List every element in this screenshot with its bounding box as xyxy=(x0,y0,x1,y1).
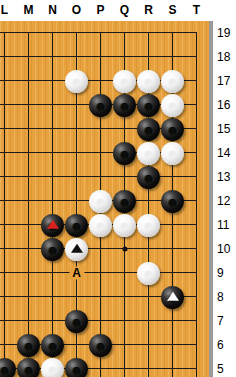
intersection-R7[interactable] xyxy=(137,309,161,333)
black-stone-glyph: ● xyxy=(119,190,130,213)
row-label-6: 6 xyxy=(217,337,235,353)
intersection-T12[interactable] xyxy=(185,189,209,213)
intersection-O16[interactable] xyxy=(65,93,89,117)
intersection-O5[interactable]: ● xyxy=(65,357,89,377)
intersection-L11[interactable] xyxy=(0,213,17,237)
black-stone-glyph: ● xyxy=(71,310,82,333)
intersection-O10[interactable]: ● xyxy=(65,237,89,261)
column-label-O: O xyxy=(69,3,85,17)
intersection-L19[interactable] xyxy=(0,21,17,45)
black-stone-r13[interactable]: ● xyxy=(137,166,160,189)
black-triangle-marker-o10 xyxy=(71,244,83,253)
intersection-T14[interactable] xyxy=(185,141,209,165)
black-stone-o11[interactable]: ● xyxy=(65,214,88,237)
intersection-P17[interactable] xyxy=(89,69,113,93)
black-stone-glyph: ● xyxy=(95,94,106,117)
column-label-M: M xyxy=(21,3,37,17)
black-stone-n6[interactable]: ● xyxy=(41,334,64,357)
intersection-Q14[interactable]: ● xyxy=(113,141,137,165)
intersection-P13[interactable] xyxy=(89,165,113,189)
intersection-M12[interactable] xyxy=(17,189,41,213)
black-stone-n11[interactable]: ● xyxy=(41,214,64,237)
intersection-P18[interactable] xyxy=(89,45,113,69)
intersection-S16[interactable]: ● xyxy=(161,93,185,117)
white-stone-glyph: ● xyxy=(119,214,130,237)
intersection-M8[interactable] xyxy=(17,285,41,309)
intersection-P7[interactable] xyxy=(89,309,113,333)
intersection-O15[interactable] xyxy=(65,117,89,141)
intersection-T19[interactable] xyxy=(185,21,209,45)
black-stone-glyph: ● xyxy=(23,358,34,377)
intersection-N7[interactable] xyxy=(41,309,65,333)
intersection-M15[interactable] xyxy=(17,117,41,141)
intersection-R19[interactable] xyxy=(137,21,161,45)
intersection-M11[interactable] xyxy=(17,213,41,237)
intersection-M6[interactable]: ● xyxy=(17,333,41,357)
white-stone-s16[interactable]: ● xyxy=(161,94,184,117)
black-stone-s12[interactable]: ● xyxy=(161,190,184,213)
column-label-S: S xyxy=(165,3,181,17)
white-stone-r9[interactable]: ● xyxy=(137,262,160,285)
intersection-R10[interactable] xyxy=(137,237,161,261)
black-stone-glyph: ● xyxy=(143,94,154,117)
intersection-N19[interactable] xyxy=(41,21,65,45)
intersection-S18[interactable] xyxy=(161,45,185,69)
intersection-O18[interactable] xyxy=(65,45,89,69)
intersection-Q18[interactable] xyxy=(113,45,137,69)
intersection-T13[interactable] xyxy=(185,165,209,189)
white-stone-glyph: ● xyxy=(167,94,178,117)
intersection-M10[interactable] xyxy=(17,237,41,261)
intersection-P19[interactable] xyxy=(89,21,113,45)
white-stone-r14[interactable]: ● xyxy=(137,142,160,165)
intersection-L15[interactable] xyxy=(0,117,17,141)
black-stone-glyph: ● xyxy=(119,94,130,117)
intersection-O11[interactable]: ● xyxy=(65,213,89,237)
go-board-diagram: LMNOPQRST ●●●●●●●●●●●●●●●●●●●●●●●●A●●●●●… xyxy=(0,0,236,377)
intersection-Q16[interactable]: ● xyxy=(113,93,137,117)
intersection-R8[interactable] xyxy=(137,285,161,309)
intersection-M5[interactable]: ● xyxy=(17,357,41,377)
intersection-N10[interactable]: ● xyxy=(41,237,65,261)
intersection-P5[interactable] xyxy=(89,357,113,377)
white-stone-s14[interactable]: ● xyxy=(161,142,184,165)
intersection-M7[interactable] xyxy=(17,309,41,333)
intersection-N13[interactable] xyxy=(41,165,65,189)
row-label-10: 10 xyxy=(217,241,235,257)
white-stone-glyph: ● xyxy=(95,214,106,237)
point-label-a-o9[interactable]: A xyxy=(72,267,81,280)
black-stone-p16[interactable]: ● xyxy=(89,94,112,117)
intersection-R18[interactable] xyxy=(137,45,161,69)
intersection-T6[interactable] xyxy=(185,333,209,357)
intersection-S12[interactable]: ● xyxy=(161,189,185,213)
intersection-L6[interactable] xyxy=(0,333,17,357)
intersection-Q15[interactable] xyxy=(113,117,137,141)
intersection-O19[interactable] xyxy=(65,21,89,45)
black-stone-q14[interactable]: ● xyxy=(113,142,136,165)
intersection-P15[interactable] xyxy=(89,117,113,141)
intersection-P10[interactable] xyxy=(89,237,113,261)
row-label-17: 17 xyxy=(217,73,235,89)
intersection-L7[interactable] xyxy=(0,309,17,333)
intersection-M14[interactable] xyxy=(17,141,41,165)
intersection-O6[interactable] xyxy=(65,333,89,357)
black-stone-r16[interactable]: ● xyxy=(137,94,160,117)
white-stone-n5[interactable]: ● xyxy=(41,358,64,377)
goban-grid: ●●●●●●●●●●●●●●●●●●●●●●●●A●●●●●●●●●● xyxy=(0,21,209,377)
black-stone-s15[interactable]: ● xyxy=(161,118,184,141)
intersection-L13[interactable] xyxy=(0,165,17,189)
intersection-T10[interactable] xyxy=(185,237,209,261)
intersection-T5[interactable] xyxy=(185,357,209,377)
row-label-11: 11 xyxy=(217,217,235,233)
black-stone-glyph: ● xyxy=(23,334,34,357)
black-stone-glyph: ● xyxy=(71,358,82,377)
intersection-P8[interactable] xyxy=(89,285,113,309)
intersection-L16[interactable] xyxy=(0,93,17,117)
intersection-Q19[interactable] xyxy=(113,21,137,45)
black-stone-o5[interactable]: ● xyxy=(65,358,88,377)
intersection-R6[interactable] xyxy=(137,333,161,357)
intersection-L12[interactable] xyxy=(0,189,17,213)
intersection-T11[interactable] xyxy=(185,213,209,237)
column-label-Q: Q xyxy=(117,3,133,17)
column-label-P: P xyxy=(93,3,109,17)
row-label-9: 9 xyxy=(217,265,235,281)
black-stone-glyph: ● xyxy=(143,166,154,189)
white-stone-r17[interactable]: ● xyxy=(137,70,160,93)
intersection-R12[interactable] xyxy=(137,189,161,213)
black-stone-glyph: ● xyxy=(47,238,58,261)
intersection-N9[interactable] xyxy=(41,261,65,285)
black-stone-m5[interactable]: ● xyxy=(17,358,40,377)
white-stone-o10[interactable]: ● xyxy=(65,238,88,261)
intersection-L17[interactable] xyxy=(0,69,17,93)
intersection-M9[interactable] xyxy=(17,261,41,285)
row-label-5: 5 xyxy=(217,361,235,377)
intersection-L10[interactable] xyxy=(0,237,17,261)
black-stone-glyph: ● xyxy=(167,190,178,213)
column-label-N: N xyxy=(45,3,61,17)
black-stone-glyph: ● xyxy=(47,334,58,357)
black-stone-q12[interactable]: ● xyxy=(113,190,136,213)
intersection-N12[interactable] xyxy=(41,189,65,213)
intersection-N15[interactable] xyxy=(41,117,65,141)
red-triangle-marker-n11 xyxy=(47,220,59,229)
intersection-O13[interactable] xyxy=(65,165,89,189)
row-label-16: 16 xyxy=(217,97,235,113)
intersection-L18[interactable] xyxy=(0,45,17,69)
intersection-Q13[interactable] xyxy=(113,165,137,189)
intersection-P12[interactable]: ● xyxy=(89,189,113,213)
column-label-L: L xyxy=(0,3,13,17)
intersection-S10[interactable] xyxy=(161,237,185,261)
intersection-Q7[interactable] xyxy=(113,309,137,333)
white-stone-q17[interactable]: ● xyxy=(113,70,136,93)
intersection-L8[interactable] xyxy=(0,285,17,309)
intersection-O9[interactable]: A xyxy=(65,261,89,285)
white-stone-glyph: ● xyxy=(143,70,154,93)
intersection-S7[interactable] xyxy=(161,309,185,333)
star-point-q10 xyxy=(122,247,127,252)
column-label-R: R xyxy=(141,3,157,17)
intersection-R5[interactable] xyxy=(137,357,161,377)
intersection-S17[interactable]: ● xyxy=(161,69,185,93)
intersection-T16[interactable] xyxy=(185,93,209,117)
white-stone-glyph: ● xyxy=(167,70,178,93)
column-labels: LMNOPQRST xyxy=(0,0,236,21)
intersection-R16[interactable]: ● xyxy=(137,93,161,117)
intersection-Q9[interactable] xyxy=(113,261,137,285)
goban[interactable]: ●●●●●●●●●●●●●●●●●●●●●●●●A●●●●●●●●●● xyxy=(0,21,209,377)
intersection-T18[interactable] xyxy=(185,45,209,69)
intersection-O8[interactable] xyxy=(65,285,89,309)
intersection-Q10[interactable] xyxy=(113,237,137,261)
intersection-P11[interactable]: ● xyxy=(89,213,113,237)
row-label-15: 15 xyxy=(217,121,235,137)
white-stone-r11[interactable]: ● xyxy=(137,214,160,237)
intersection-P16[interactable]: ● xyxy=(89,93,113,117)
intersection-Q8[interactable] xyxy=(113,285,137,309)
intersection-T8[interactable] xyxy=(185,285,209,309)
black-stone-q16[interactable]: ● xyxy=(113,94,136,117)
intersection-O14[interactable] xyxy=(65,141,89,165)
intersection-N5[interactable]: ● xyxy=(41,357,65,377)
row-label-12: 12 xyxy=(217,193,235,209)
intersection-P6[interactable]: ● xyxy=(89,333,113,357)
intersection-S5[interactable] xyxy=(161,357,185,377)
intersection-S13[interactable] xyxy=(161,165,185,189)
white-stone-p11[interactable]: ● xyxy=(89,214,112,237)
intersection-M18[interactable] xyxy=(17,45,41,69)
intersection-L9[interactable] xyxy=(0,261,17,285)
white-stone-p12[interactable]: ● xyxy=(89,190,112,213)
intersection-O12[interactable] xyxy=(65,189,89,213)
intersection-Q5[interactable] xyxy=(113,357,137,377)
intersection-N14[interactable] xyxy=(41,141,65,165)
intersection-S9[interactable] xyxy=(161,261,185,285)
intersection-N17[interactable] xyxy=(41,69,65,93)
white-stone-glyph: ● xyxy=(167,142,178,165)
intersection-O17[interactable]: ● xyxy=(65,69,89,93)
intersection-M16[interactable] xyxy=(17,93,41,117)
black-stone-p6[interactable]: ● xyxy=(89,334,112,357)
intersection-N8[interactable] xyxy=(41,285,65,309)
black-stone-glyph: ● xyxy=(71,214,82,237)
black-stone-glyph: ● xyxy=(0,358,10,377)
intersection-L5[interactable]: ● xyxy=(0,357,17,377)
intersection-T17[interactable] xyxy=(185,69,209,93)
intersection-S15[interactable]: ● xyxy=(161,117,185,141)
row-label-14: 14 xyxy=(217,145,235,161)
intersection-Q12[interactable]: ● xyxy=(113,189,137,213)
intersection-M13[interactable] xyxy=(17,165,41,189)
intersection-O7[interactable]: ● xyxy=(65,309,89,333)
white-stone-glyph: ● xyxy=(119,70,130,93)
black-stone-glyph: ● xyxy=(119,142,130,165)
intersection-S14[interactable]: ● xyxy=(161,141,185,165)
intersection-Q17[interactable]: ● xyxy=(113,69,137,93)
intersection-Q11[interactable]: ● xyxy=(113,213,137,237)
row-labels: 1918171615141312111098765 xyxy=(213,0,236,377)
intersection-N11[interactable]: ● xyxy=(41,213,65,237)
black-stone-r15[interactable]: ● xyxy=(137,118,160,141)
row-label-8: 8 xyxy=(217,289,235,305)
intersection-N18[interactable] xyxy=(41,45,65,69)
white-stone-o17[interactable]: ● xyxy=(65,70,88,93)
intersection-T7[interactable] xyxy=(185,309,209,333)
intersection-L14[interactable] xyxy=(0,141,17,165)
column-label-T: T xyxy=(189,3,205,17)
intersection-R17[interactable]: ● xyxy=(137,69,161,93)
black-stone-m6[interactable]: ● xyxy=(17,334,40,357)
white-stone-glyph: ● xyxy=(143,214,154,237)
intersection-R9[interactable]: ● xyxy=(137,261,161,285)
white-stone-glyph: ● xyxy=(143,262,154,285)
white-stone-glyph: ● xyxy=(95,190,106,213)
intersection-R11[interactable]: ● xyxy=(137,213,161,237)
intersection-S8[interactable]: ● xyxy=(161,285,185,309)
intersection-S11[interactable] xyxy=(161,213,185,237)
intersection-N6[interactable]: ● xyxy=(41,333,65,357)
black-stone-glyph: ● xyxy=(167,118,178,141)
intersection-M17[interactable] xyxy=(17,69,41,93)
white-stone-glyph: ● xyxy=(143,142,154,165)
black-stone-glyph: ● xyxy=(95,334,106,357)
intersection-P9[interactable] xyxy=(89,261,113,285)
black-stone-s8[interactable]: ● xyxy=(161,286,184,309)
intersection-T9[interactable] xyxy=(185,261,209,285)
black-stone-n10[interactable]: ● xyxy=(41,238,64,261)
row-label-13: 13 xyxy=(217,169,235,185)
black-stone-l5[interactable]: ● xyxy=(0,358,16,377)
white-stone-glyph: ● xyxy=(71,70,82,93)
row-label-7: 7 xyxy=(217,313,235,329)
row-label-18: 18 xyxy=(217,49,235,65)
intersection-Q6[interactable] xyxy=(113,333,137,357)
intersection-P14[interactable] xyxy=(89,141,113,165)
intersection-R13[interactable]: ● xyxy=(137,165,161,189)
intersection-S19[interactable] xyxy=(161,21,185,45)
row-label-19: 19 xyxy=(217,25,235,41)
intersection-M19[interactable] xyxy=(17,21,41,45)
intersection-R14[interactable]: ● xyxy=(137,141,161,165)
intersection-R15[interactable]: ● xyxy=(137,117,161,141)
intersection-S6[interactable] xyxy=(161,333,185,357)
white-stone-s17[interactable]: ● xyxy=(161,70,184,93)
white-stone-q11[interactable]: ● xyxy=(113,214,136,237)
black-stone-glyph: ● xyxy=(143,118,154,141)
intersection-N16[interactable] xyxy=(41,93,65,117)
white-triangle-marker-s8 xyxy=(167,292,179,301)
black-stone-o7[interactable]: ● xyxy=(65,310,88,333)
intersection-T15[interactable] xyxy=(185,117,209,141)
white-stone-glyph: ● xyxy=(47,358,58,377)
